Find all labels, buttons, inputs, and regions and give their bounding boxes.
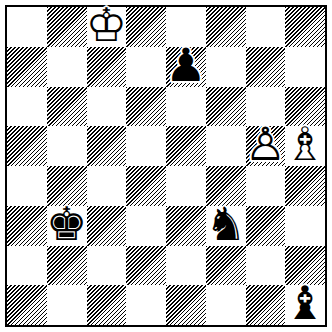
square-c8[interactable]: ♚♔ — [87, 7, 127, 47]
square-b1[interactable] — [47, 285, 87, 325]
square-h8[interactable] — [285, 7, 325, 47]
square-d8[interactable] — [126, 7, 166, 47]
square-h5[interactable]: ♝♗ — [285, 126, 325, 166]
square-d7[interactable] — [126, 47, 166, 87]
chess-board: ♚♔♟♟♟♙♝♗♚♚♞♞♝♝ — [7, 7, 325, 325]
piece-white-bishop[interactable]: ♝♗ — [285, 126, 325, 166]
square-h7[interactable] — [285, 47, 325, 87]
square-a2[interactable] — [7, 246, 47, 286]
board-frame: ♚♔♟♟♟♙♝♗♚♚♞♞♝♝ — [5, 5, 327, 327]
square-a6[interactable] — [7, 87, 47, 127]
black-king-icon: ♚ — [46, 205, 87, 245]
square-b5[interactable] — [47, 126, 87, 166]
white-pawn-icon: ♙ — [245, 125, 286, 165]
square-c7[interactable] — [87, 47, 127, 87]
square-a4[interactable] — [7, 166, 47, 206]
square-d4[interactable] — [126, 166, 166, 206]
square-g7[interactable] — [246, 47, 286, 87]
square-g5[interactable]: ♟♙ — [246, 126, 286, 166]
square-g1[interactable] — [246, 285, 286, 325]
square-g3[interactable] — [246, 206, 286, 246]
square-c1[interactable] — [87, 285, 127, 325]
square-d2[interactable] — [126, 246, 166, 286]
square-d5[interactable] — [126, 126, 166, 166]
black-pawn-icon: ♟ — [165, 46, 206, 86]
square-e6[interactable] — [166, 87, 206, 127]
square-c2[interactable] — [87, 246, 127, 286]
square-e4[interactable] — [166, 166, 206, 206]
square-b6[interactable] — [47, 87, 87, 127]
black-bishop-icon: ♝ — [285, 284, 326, 324]
square-h3[interactable] — [285, 206, 325, 246]
square-b3[interactable]: ♚♚ — [47, 206, 87, 246]
piece-black-knight[interactable]: ♞♞ — [206, 206, 246, 246]
square-c4[interactable] — [87, 166, 127, 206]
square-e7[interactable]: ♟♟ — [166, 47, 206, 87]
square-f8[interactable] — [206, 7, 246, 47]
square-e5[interactable] — [166, 126, 206, 166]
square-b2[interactable] — [47, 246, 87, 286]
square-c3[interactable] — [87, 206, 127, 246]
white-bishop-icon: ♗ — [285, 125, 326, 165]
square-h1[interactable]: ♝♝ — [285, 285, 325, 325]
square-h4[interactable] — [285, 166, 325, 206]
piece-black-pawn[interactable]: ♟♟ — [166, 47, 206, 87]
square-e3[interactable] — [166, 206, 206, 246]
square-b8[interactable] — [47, 7, 87, 47]
square-f3[interactable]: ♞♞ — [206, 206, 246, 246]
chess-diagram: ♚♔♟♟♟♙♝♗♚♚♞♞♝♝ — [0, 0, 332, 332]
square-f7[interactable] — [206, 47, 246, 87]
square-g4[interactable] — [246, 166, 286, 206]
square-c6[interactable] — [87, 87, 127, 127]
square-c5[interactable] — [87, 126, 127, 166]
square-a5[interactable] — [7, 126, 47, 166]
piece-black-bishop[interactable]: ♝♝ — [285, 285, 325, 325]
square-g8[interactable] — [246, 7, 286, 47]
square-a7[interactable] — [7, 47, 47, 87]
square-g2[interactable] — [246, 246, 286, 286]
piece-black-king[interactable]: ♚♚ — [47, 206, 87, 246]
square-d6[interactable] — [126, 87, 166, 127]
square-e2[interactable] — [166, 246, 206, 286]
square-f5[interactable] — [206, 126, 246, 166]
square-b7[interactable] — [47, 47, 87, 87]
square-f6[interactable] — [206, 87, 246, 127]
piece-white-pawn[interactable]: ♟♙ — [246, 126, 286, 166]
square-d3[interactable] — [126, 206, 166, 246]
square-a3[interactable] — [7, 206, 47, 246]
square-a1[interactable] — [7, 285, 47, 325]
square-a8[interactable] — [7, 7, 47, 47]
square-d1[interactable] — [126, 285, 166, 325]
piece-white-king[interactable]: ♚♔ — [87, 7, 127, 47]
black-knight-icon: ♞ — [205, 205, 246, 245]
white-king-icon: ♔ — [86, 6, 127, 46]
square-f1[interactable] — [206, 285, 246, 325]
square-f2[interactable] — [206, 246, 246, 286]
square-e1[interactable] — [166, 285, 206, 325]
